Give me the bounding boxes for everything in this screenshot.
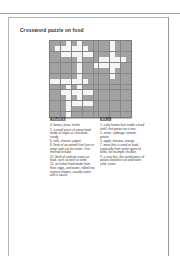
worksheet-preview: Crossword puzzle on food ACROSS 4. beans… — [0, 0, 180, 256]
grid-cell-white[interactable] — [83, 90, 88, 95]
grid-cell-white[interactable] — [61, 79, 66, 84]
grid-cell-block — [88, 68, 93, 73]
grid-cell-block — [126, 101, 131, 106]
grid-cell-block — [110, 101, 115, 106]
grid-cell-block — [104, 74, 109, 79]
grid-cell-white[interactable] — [104, 57, 109, 62]
grid-cell-white[interactable] — [83, 101, 88, 106]
grid-cell-block — [110, 90, 115, 95]
grid-cell-block — [50, 101, 55, 106]
grid-cell-block — [99, 101, 104, 106]
clue-item: 7. meat that is used as food, especially… — [100, 143, 146, 154]
grid-cell-white[interactable] — [66, 52, 71, 57]
grid-cell-block — [83, 68, 88, 73]
grid-cell-block — [126, 74, 131, 79]
grid-cell-block — [126, 106, 131, 111]
grid-cell-white[interactable] — [83, 79, 88, 84]
grid-cell-block — [66, 68, 71, 73]
grid-cell-white[interactable] — [61, 52, 66, 57]
grid-cell-white[interactable] — [77, 95, 82, 100]
grid-cell-white[interactable] — [72, 46, 77, 51]
grid-cell-white[interactable] — [110, 68, 115, 73]
grid-cell-white[interactable] — [83, 46, 88, 51]
grid-cell-white[interactable] — [66, 41, 71, 46]
grid-cell-block — [126, 95, 131, 100]
grid-cell-block — [61, 95, 66, 100]
grid-cell-block — [121, 85, 126, 90]
grid-cell-block — [72, 57, 77, 62]
grid-cell-block — [99, 74, 104, 79]
grid-cell-white[interactable] — [66, 90, 71, 95]
grid-cell-block — [94, 101, 99, 106]
grid-cell-block — [121, 106, 126, 111]
grid-cell-white[interactable] — [61, 46, 66, 51]
grid-cell-block — [88, 112, 93, 117]
grid-cell-block — [55, 112, 60, 117]
grid-cell-block — [121, 79, 126, 84]
grid-cell-block — [88, 57, 93, 62]
grid-cell-block — [94, 68, 99, 73]
grid-cell-block — [110, 112, 115, 117]
grid-cell-block — [104, 41, 109, 46]
grid-cell-block — [126, 52, 131, 57]
clue-item: 6. milk, cheese, yogurt — [50, 139, 96, 143]
grid-cell-block — [88, 74, 93, 79]
grid-cell-block — [99, 85, 104, 90]
grid-cell-block — [88, 63, 93, 68]
grid-cell-block — [83, 95, 88, 100]
grid-cell-white[interactable] — [88, 101, 93, 106]
grid-cell-block — [61, 57, 66, 62]
grid-cell-white[interactable] — [88, 90, 93, 95]
grid-cell-white[interactable] — [99, 63, 104, 68]
grid-cell-block — [50, 74, 55, 79]
grid-cell-block — [72, 41, 77, 46]
grid-cell-block — [99, 90, 104, 95]
grid-cell-block — [83, 74, 88, 79]
grid-cell-white[interactable] — [77, 68, 82, 73]
grid-cell-block — [110, 79, 115, 84]
grid-cell-block — [72, 85, 77, 90]
grid-cell-block — [77, 112, 82, 117]
grid-cell-white[interactable] — [77, 79, 82, 84]
clue-item: 2. onion, cabbage, tomato, potato — [100, 131, 146, 138]
grid-cell-block — [72, 63, 77, 68]
grid-cell-block — [88, 41, 93, 46]
grid-cell-white[interactable] — [77, 74, 82, 79]
down-header: DOWN — [100, 117, 146, 121]
grid-cell-block — [61, 74, 66, 79]
grid-cell-block — [94, 41, 99, 46]
grid-cell-block — [94, 52, 99, 57]
grid-cell-white[interactable] — [115, 63, 120, 68]
grid-cell-block — [50, 46, 55, 51]
grid-cell-block — [104, 52, 109, 57]
grid-cell-block — [121, 101, 126, 106]
grid-cell-block — [55, 90, 60, 95]
grid-cell-block — [110, 95, 115, 100]
grid-cell-white[interactable] — [66, 95, 71, 100]
grid-cell-block — [115, 52, 120, 57]
grid-cell-block — [104, 79, 109, 84]
grid-cell-white[interactable] — [110, 57, 115, 62]
grid-cell-block — [104, 106, 109, 111]
grid-cell-block — [55, 74, 60, 79]
grid-cell-block — [94, 85, 99, 90]
grid-cell-block — [50, 106, 55, 111]
grid-cell-white[interactable] — [77, 63, 82, 68]
grid-cell-block — [50, 57, 55, 62]
grid-cell-white[interactable] — [121, 57, 126, 62]
grid-cell-block — [50, 90, 55, 95]
clue-item: 10. flesh of animals eaten as food, such… — [50, 154, 96, 161]
grid-cell-white[interactable] — [72, 52, 77, 57]
across-clues-column: ACROSS 4. beans, peas, lentils5. a small… — [50, 117, 96, 237]
grid-cell-block — [115, 41, 120, 46]
grid-cell-block — [104, 46, 109, 51]
grid-cell-white[interactable] — [83, 52, 88, 57]
grid-cell-block — [104, 95, 109, 100]
grid-cell-block — [121, 112, 126, 117]
grid-cell-block — [88, 46, 93, 51]
grid-cell-white[interactable] — [50, 79, 55, 84]
grid-cell-white[interactable] — [55, 79, 60, 84]
grid-cell-block — [126, 90, 131, 95]
grid-cell-block — [110, 85, 115, 90]
grid-cell-block — [126, 68, 131, 73]
grid-cell-block — [83, 112, 88, 117]
page-title: Crossword puzzle on food — [20, 27, 170, 37]
grid-cell-white[interactable] — [77, 52, 82, 57]
clue-item: 3. apple, banana, orange — [100, 139, 146, 143]
grid-cell-block — [121, 95, 126, 100]
grid-cell-block — [61, 101, 66, 106]
across-header: ACROSS — [50, 117, 96, 121]
top-divider — [0, 13, 180, 14]
clue-item: 4. beans, peas, lentils — [50, 123, 96, 127]
grid-cell-block — [66, 63, 71, 68]
grid-cell-block — [115, 95, 120, 100]
grid-cell-block — [94, 46, 99, 51]
grid-cell-block — [104, 112, 109, 117]
grid-cell-block — [115, 90, 120, 95]
grid-cell-block — [99, 46, 104, 51]
grid-cell-block — [94, 106, 99, 111]
grid-cell-white[interactable] — [110, 41, 115, 46]
grid-cell-block — [126, 41, 131, 46]
grid-cell-block — [55, 52, 60, 57]
grid-cell-block — [50, 41, 55, 46]
grid-cell-block — [66, 57, 71, 62]
grid-cell-block — [55, 63, 60, 68]
grid-cell-block — [83, 63, 88, 68]
grid-cell-block — [61, 106, 66, 111]
grid-cell-white[interactable] — [99, 57, 104, 62]
grid-cell-block — [126, 57, 131, 62]
grid-cell-white[interactable] — [110, 52, 115, 57]
grid-cell-block — [99, 106, 104, 111]
down-clue-list: 1. a dry brown fruit inside a hard shell… — [100, 123, 146, 165]
grid-cell-block — [94, 95, 99, 100]
grid-cell-block — [94, 79, 99, 84]
grid-cell-block — [88, 85, 93, 90]
grid-cell-block — [55, 41, 60, 46]
grid-cell-white[interactable] — [72, 90, 77, 95]
clue-item: 8. flesh of an animal that lives in wate… — [50, 143, 96, 154]
grid-cell-block — [121, 90, 126, 95]
grid-cell-block — [94, 112, 99, 117]
grid-cell-block — [126, 46, 131, 51]
across-clue-list: 4. beans, peas, lentils5. a small piece … — [50, 123, 96, 176]
grid-cell-block — [115, 74, 120, 79]
page-title-text: Crossword puzzle on food — [20, 27, 170, 33]
grid-cell-white[interactable] — [115, 57, 120, 62]
grid-cell-white[interactable] — [66, 79, 71, 84]
grid-cell-block — [61, 85, 66, 90]
grid-cell-block — [121, 52, 126, 57]
grid-cell-block — [99, 95, 104, 100]
grid-cell-block — [55, 101, 60, 106]
grid-cell-white[interactable] — [66, 85, 71, 90]
grid-cell-block — [126, 79, 131, 84]
grid-cell-block — [99, 68, 104, 73]
crossword-grid[interactable] — [49, 40, 132, 118]
grid-cell-block — [61, 68, 66, 73]
grid-cell-white[interactable] — [72, 79, 77, 84]
clue-item: 9. a very thin, flat round piece of pota… — [100, 154, 146, 165]
grid-cell-block — [99, 79, 104, 84]
grid-cell-block — [72, 74, 77, 79]
grid-cell-block — [99, 52, 104, 57]
grid-cell-white[interactable] — [66, 112, 71, 117]
grid-cell-white[interactable] — [77, 46, 82, 51]
grid-cell-block — [115, 112, 120, 117]
grid-cell-block — [115, 68, 120, 73]
grid-cell-block — [55, 106, 60, 111]
grid-cell-block — [55, 57, 60, 62]
grid-cell-block — [88, 95, 93, 100]
grid-cell-block — [83, 57, 88, 62]
grid-cell-white[interactable] — [110, 74, 115, 79]
grid-cell-block — [72, 95, 77, 100]
grid-cell-block — [94, 74, 99, 79]
grid-cell-block — [66, 74, 71, 79]
grid-cell-white[interactable] — [88, 52, 93, 57]
grid-cell-block — [126, 112, 131, 117]
grid-cell-block — [55, 68, 60, 73]
grid-cell-block — [121, 41, 126, 46]
grid-cell-block — [72, 106, 77, 111]
grid-cell-block — [61, 63, 66, 68]
grid-cell-block — [115, 85, 120, 90]
grid-cell-block — [115, 106, 120, 111]
grid-cell-block — [104, 101, 109, 106]
grid-cell-block — [121, 63, 126, 68]
grid-cell-white[interactable] — [110, 46, 115, 51]
grid-cell-block — [99, 41, 104, 46]
clue-item: 11. an Italian food made from flour, egg… — [50, 162, 96, 176]
grid-cell-white[interactable] — [61, 90, 66, 95]
grid-cell-block — [104, 85, 109, 90]
grid-cell-block — [61, 112, 66, 117]
grid-cell-block — [99, 112, 104, 117]
grid-cell-block — [115, 79, 120, 84]
grid-cell-block — [83, 41, 88, 46]
grid-cell-block — [72, 68, 77, 73]
grid-cell-block — [83, 106, 88, 111]
grid-cell-white[interactable] — [77, 101, 82, 106]
grid-cell-white[interactable] — [72, 101, 77, 106]
grid-cell-block — [94, 57, 99, 62]
grid-cell-block — [50, 85, 55, 90]
grid-cell-block — [115, 46, 120, 51]
grid-cell-block — [121, 46, 126, 51]
grid-cell-block — [50, 68, 55, 73]
grid-cell-block — [88, 79, 93, 84]
grid-cell-white[interactable] — [77, 57, 82, 62]
grid-cell-white[interactable] — [66, 46, 71, 51]
grid-cell-white[interactable] — [66, 101, 71, 106]
down-clues-column: DOWN 1. a dry brown fruit inside a hard … — [100, 117, 146, 215]
grid-cell-block — [126, 85, 131, 90]
grid-cell-white[interactable] — [77, 85, 82, 90]
grid-cell-block — [61, 41, 66, 46]
grid-cell-white[interactable] — [104, 63, 109, 68]
clue-item: 5. a small piece of sweet food made of s… — [50, 127, 96, 138]
grid-cell-white[interactable] — [77, 90, 82, 95]
grid-cell-block — [50, 112, 55, 117]
grid-cell-block — [121, 68, 126, 73]
clue-item: 1. a dry brown fruit inside a hard shell… — [100, 123, 146, 130]
grid-cell-block — [77, 106, 82, 111]
grid-cell-block — [50, 52, 55, 57]
grid-cell-block — [72, 112, 77, 117]
grid-cell-white[interactable] — [55, 46, 60, 51]
grid-cell-block — [104, 90, 109, 95]
grid-cell-white[interactable] — [77, 41, 82, 46]
grid-cell-white[interactable] — [66, 106, 71, 111]
grid-cell-white[interactable] — [94, 63, 99, 68]
grid-cell-block — [115, 101, 120, 106]
grid-cell-block — [126, 63, 131, 68]
grid-cell-block — [88, 106, 93, 111]
grid-cell-block — [83, 85, 88, 90]
grid-cell-block — [50, 63, 55, 68]
grid-cell-block — [50, 95, 55, 100]
grid-cell-block — [55, 85, 60, 90]
grid-cell-block — [121, 74, 126, 79]
grid-cell-block — [110, 106, 115, 111]
grid-cell-block — [94, 90, 99, 95]
grid-cell-block — [104, 68, 109, 73]
grid-cell-white[interactable] — [110, 63, 115, 68]
grid-cell-block — [55, 95, 60, 100]
